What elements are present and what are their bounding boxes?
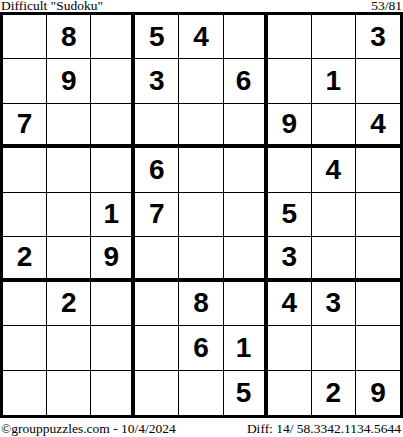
cell-r6c7[interactable]: 3: [268, 237, 312, 281]
cell-r8c1[interactable]: [3, 326, 47, 370]
cell-r4c9[interactable]: [356, 148, 400, 192]
cell-r1c7[interactable]: [268, 15, 312, 59]
cell-r6c5[interactable]: [179, 237, 223, 281]
cell-r8c6[interactable]: 1: [224, 326, 268, 370]
cell-r1c4[interactable]: 5: [135, 15, 179, 59]
cell-r5c6[interactable]: [224, 193, 268, 237]
cell-r3c8[interactable]: [312, 104, 356, 148]
cell-r1c9[interactable]: 3: [356, 15, 400, 59]
cell-r2c1[interactable]: [3, 59, 47, 103]
cell-r4c1[interactable]: [3, 148, 47, 192]
cell-r4c5[interactable]: [179, 148, 223, 192]
cell-r2c7[interactable]: [268, 59, 312, 103]
cell-r6c8[interactable]: [312, 237, 356, 281]
cell-r7c6[interactable]: [224, 282, 268, 326]
cell-r4c4[interactable]: 6: [135, 148, 179, 192]
cell-r2c8[interactable]: 1: [312, 59, 356, 103]
cell-r5c3[interactable]: 1: [91, 193, 135, 237]
cell-r9c4[interactable]: [135, 371, 179, 415]
cell-r7c7[interactable]: 4: [268, 282, 312, 326]
header: Difficult "Sudoku" 53/81: [0, 0, 403, 12]
cell-r6c4[interactable]: [135, 237, 179, 281]
page-title: Difficult "Sudoku": [1, 0, 103, 11]
cell-r9c2[interactable]: [47, 371, 91, 415]
cell-r3c3[interactable]: [91, 104, 135, 148]
cell-r9c6[interactable]: 5: [224, 371, 268, 415]
cell-r3c1[interactable]: 7: [3, 104, 47, 148]
cell-r1c1[interactable]: [3, 15, 47, 59]
cell-r5c1[interactable]: [3, 193, 47, 237]
cell-r3c2[interactable]: [47, 104, 91, 148]
cell-r7c3[interactable]: [91, 282, 135, 326]
cell-r3c9[interactable]: 4: [356, 104, 400, 148]
footer: ©grouppuzzles.com - 10/4/2024 Diff: 14/ …: [0, 418, 403, 437]
cell-r8c3[interactable]: [91, 326, 135, 370]
cell-r7c8[interactable]: 3: [312, 282, 356, 326]
cell-r1c2[interactable]: 8: [47, 15, 91, 59]
cell-r1c8[interactable]: [312, 15, 356, 59]
cell-r1c5[interactable]: 4: [179, 15, 223, 59]
cell-r9c7[interactable]: [268, 371, 312, 415]
cell-r5c5[interactable]: [179, 193, 223, 237]
cell-r4c3[interactable]: [91, 148, 135, 192]
cell-r6c9[interactable]: [356, 237, 400, 281]
cell-r9c5[interactable]: [179, 371, 223, 415]
cell-r8c2[interactable]: [47, 326, 91, 370]
cell-r2c5[interactable]: [179, 59, 223, 103]
cell-r7c1[interactable]: [3, 282, 47, 326]
cell-r4c2[interactable]: [47, 148, 91, 192]
sudoku-board: 8543936179464175293284361529: [0, 12, 403, 418]
cell-r6c6[interactable]: [224, 237, 268, 281]
cell-r4c7[interactable]: [268, 148, 312, 192]
sudoku-page: Difficult "Sudoku" 53/81 854393617946417…: [0, 0, 403, 437]
cell-r8c8[interactable]: [312, 326, 356, 370]
cell-r6c2[interactable]: [47, 237, 91, 281]
cell-r6c3[interactable]: 9: [91, 237, 135, 281]
cell-r5c4[interactable]: 7: [135, 193, 179, 237]
cell-r5c8[interactable]: [312, 193, 356, 237]
cell-r7c9[interactable]: [356, 282, 400, 326]
cell-r2c3[interactable]: [91, 59, 135, 103]
cell-r9c3[interactable]: [91, 371, 135, 415]
cell-r7c4[interactable]: [135, 282, 179, 326]
empty-cell-counter: 53/81: [371, 0, 402, 11]
difficulty-text: Diff: 14/ 58.3342.1134.5644: [247, 421, 401, 437]
cell-r4c6[interactable]: [224, 148, 268, 192]
copyright-text: ©grouppuzzles.com - 10/4/2024: [1, 421, 176, 437]
cell-r9c8[interactable]: 2: [312, 371, 356, 415]
cell-r3c7[interactable]: 9: [268, 104, 312, 148]
cell-r8c4[interactable]: [135, 326, 179, 370]
cell-r3c5[interactable]: [179, 104, 223, 148]
cell-r8c7[interactable]: [268, 326, 312, 370]
cell-r1c3[interactable]: [91, 15, 135, 59]
cell-r2c6[interactable]: 6: [224, 59, 268, 103]
cell-r3c6[interactable]: [224, 104, 268, 148]
cell-r5c7[interactable]: 5: [268, 193, 312, 237]
cell-r9c1[interactable]: [3, 371, 47, 415]
cell-r2c4[interactable]: 3: [135, 59, 179, 103]
cell-r8c5[interactable]: 6: [179, 326, 223, 370]
cell-r2c9[interactable]: [356, 59, 400, 103]
cell-r9c9[interactable]: 9: [356, 371, 400, 415]
cell-r2c2[interactable]: 9: [47, 59, 91, 103]
cell-r6c1[interactable]: 2: [3, 237, 47, 281]
cell-r1c6[interactable]: [224, 15, 268, 59]
cell-r5c9[interactable]: [356, 193, 400, 237]
cell-r7c2[interactable]: 2: [47, 282, 91, 326]
cell-r5c2[interactable]: [47, 193, 91, 237]
cell-r8c9[interactable]: [356, 326, 400, 370]
cell-r4c8[interactable]: 4: [312, 148, 356, 192]
cell-r3c4[interactable]: [135, 104, 179, 148]
cell-r7c5[interactable]: 8: [179, 282, 223, 326]
